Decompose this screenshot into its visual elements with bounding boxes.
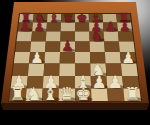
chess-board-3d: ♜♞♝♛♚♝♜♟♟♟♟♟♞♟♟♟♞♟♟♝♟♟♜♞♝♛♚♜ [0,0,150,125]
square-d3[interactable] [59,64,75,77]
square-a4[interactable] [14,52,30,64]
piece-white-rook[interactable]: ♜ [10,83,26,104]
piece-black-pawn[interactable]: ♟ [105,19,117,34]
piece-black-king[interactable]: ♚ [76,10,87,25]
piece-white-pawn[interactable]: ♟ [30,49,43,67]
piece-black-pawn[interactable]: ♟ [61,38,74,54]
piece-white-queen[interactable]: ♛ [59,83,75,104]
board-frame-front [1,104,149,111]
piece-black-pawn[interactable]: ♟ [119,19,131,34]
piece-black-knight[interactable]: ♞ [91,28,103,44]
piece-white-pawn[interactable]: ♟ [91,72,106,92]
square-c6[interactable] [46,32,61,42]
square-g5[interactable] [104,42,120,53]
square-e6[interactable] [75,32,90,42]
piece-white-knight[interactable]: ♞ [26,83,42,104]
square-c5[interactable] [45,42,60,53]
square-e4[interactable] [75,52,90,64]
chess-app-viewport: ♜♞♝♛♚♝♜♟♟♟♟♟♞♟♟♟♞♟♟♝♟♟♜♞♝♛♚♜ [0,0,150,125]
square-a5[interactable] [15,42,31,53]
piece-white-pawn[interactable]: ♟ [122,49,135,67]
piece-black-bishop[interactable]: ♝ [48,10,59,25]
square-g4[interactable] [105,52,121,64]
piece-black-queen[interactable]: ♛ [62,10,73,25]
piece-black-pawn[interactable]: ♟ [19,19,31,34]
piece-black-pawn[interactable]: ♟ [34,19,46,34]
piece-white-rook[interactable]: ♜ [124,83,140,104]
square-c4[interactable] [44,52,60,64]
square-e5[interactable] [75,42,90,53]
piece-white-king[interactable]: ♚ [75,83,91,104]
piece-white-bishop[interactable]: ♝ [42,83,58,104]
piece-white-pawn[interactable]: ♟ [107,72,122,92]
